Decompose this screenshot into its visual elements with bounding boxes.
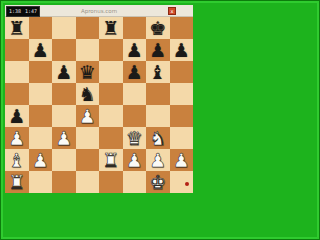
black-pawn: ♟ bbox=[126, 39, 143, 61]
white-pawn: ♟ bbox=[126, 149, 143, 171]
black-pawn: ♟ bbox=[32, 39, 49, 61]
square-b4[interactable] bbox=[29, 105, 53, 127]
green-frame: 1:38 1:47 Apronus.com x ♜♜♚♟♟♟♟♟♛♟♝♞♟♟♟♟… bbox=[0, 0, 200, 200]
white-bishop: ♝ bbox=[8, 149, 25, 171]
square-f3[interactable]: ♛ bbox=[123, 127, 147, 149]
white-king: ♚ bbox=[149, 171, 166, 193]
square-g4[interactable] bbox=[146, 105, 170, 127]
square-e6[interactable] bbox=[99, 61, 123, 83]
square-b6[interactable] bbox=[29, 61, 53, 83]
square-d6[interactable]: ♛ bbox=[76, 61, 100, 83]
black-pawn: ♟ bbox=[8, 105, 25, 127]
square-g2[interactable]: ♟ bbox=[146, 149, 170, 171]
square-f6[interactable]: ♟ bbox=[123, 61, 147, 83]
square-a8[interactable]: ♜ bbox=[5, 17, 29, 39]
square-b8[interactable] bbox=[29, 17, 53, 39]
square-a3[interactable]: ♟ bbox=[5, 127, 29, 149]
square-f7[interactable]: ♟ bbox=[123, 39, 147, 61]
square-f4[interactable] bbox=[123, 105, 147, 127]
black-pawn: ♟ bbox=[149, 39, 166, 61]
square-b5[interactable] bbox=[29, 83, 53, 105]
square-f5[interactable] bbox=[123, 83, 147, 105]
square-g6[interactable]: ♝ bbox=[146, 61, 170, 83]
square-d3[interactable] bbox=[76, 127, 100, 149]
white-rook: ♜ bbox=[8, 171, 25, 193]
square-g1[interactable]: ♚ bbox=[146, 171, 170, 193]
square-a7[interactable] bbox=[5, 39, 29, 61]
white-pawn: ♟ bbox=[173, 149, 190, 171]
square-c1[interactable] bbox=[52, 171, 76, 193]
square-g8[interactable]: ♚ bbox=[146, 17, 170, 39]
black-rook: ♜ bbox=[8, 17, 25, 39]
chess-window: 1:38 1:47 Apronus.com x ♜♜♚♟♟♟♟♟♛♟♝♞♟♟♟♟… bbox=[5, 5, 193, 193]
square-f2[interactable]: ♟ bbox=[123, 149, 147, 171]
close-button[interactable]: x bbox=[168, 7, 176, 15]
white-pawn: ♟ bbox=[8, 127, 25, 149]
square-a5[interactable] bbox=[5, 83, 29, 105]
square-c2[interactable] bbox=[52, 149, 76, 171]
square-h8[interactable] bbox=[170, 17, 194, 39]
square-d5[interactable]: ♞ bbox=[76, 83, 100, 105]
square-e5[interactable] bbox=[99, 83, 123, 105]
square-b2[interactable]: ♟ bbox=[29, 149, 53, 171]
black-pawn: ♟ bbox=[126, 61, 143, 83]
square-c3[interactable]: ♟ bbox=[52, 127, 76, 149]
square-a6[interactable] bbox=[5, 61, 29, 83]
black-pawn: ♟ bbox=[173, 39, 190, 61]
white-pawn: ♟ bbox=[55, 127, 72, 149]
square-h3[interactable] bbox=[170, 127, 194, 149]
white-pawn: ♟ bbox=[32, 149, 49, 171]
square-e3[interactable] bbox=[99, 127, 123, 149]
square-c6[interactable]: ♟ bbox=[52, 61, 76, 83]
square-f8[interactable] bbox=[123, 17, 147, 39]
square-a4[interactable]: ♟ bbox=[5, 105, 29, 127]
square-h4[interactable] bbox=[170, 105, 194, 127]
square-e2[interactable]: ♜ bbox=[99, 149, 123, 171]
square-a1[interactable]: ♜ bbox=[5, 171, 29, 193]
square-g3[interactable]: ♞ bbox=[146, 127, 170, 149]
square-c5[interactable] bbox=[52, 83, 76, 105]
black-bishop: ♝ bbox=[149, 61, 166, 83]
square-g7[interactable]: ♟ bbox=[146, 39, 170, 61]
square-g5[interactable] bbox=[146, 83, 170, 105]
square-c8[interactable] bbox=[52, 17, 76, 39]
square-c7[interactable] bbox=[52, 39, 76, 61]
white-rook: ♜ bbox=[102, 149, 119, 171]
square-h6[interactable] bbox=[170, 61, 194, 83]
square-e8[interactable]: ♜ bbox=[99, 17, 123, 39]
square-b3[interactable] bbox=[29, 127, 53, 149]
square-e1[interactable] bbox=[99, 171, 123, 193]
square-c4[interactable] bbox=[52, 105, 76, 127]
red-dot bbox=[185, 182, 189, 186]
square-e4[interactable] bbox=[99, 105, 123, 127]
square-b1[interactable] bbox=[29, 171, 53, 193]
black-pawn: ♟ bbox=[55, 61, 72, 83]
white-pawn: ♟ bbox=[149, 149, 166, 171]
square-f1[interactable] bbox=[123, 171, 147, 193]
square-h7[interactable]: ♟ bbox=[170, 39, 194, 61]
square-a2[interactable]: ♝ bbox=[5, 149, 29, 171]
title-bar: 1:38 1:47 Apronus.com x bbox=[5, 5, 193, 17]
square-d8[interactable] bbox=[76, 17, 100, 39]
white-pawn: ♟ bbox=[79, 105, 96, 127]
square-e7[interactable] bbox=[99, 39, 123, 61]
square-b7[interactable]: ♟ bbox=[29, 39, 53, 61]
square-d7[interactable] bbox=[76, 39, 100, 61]
white-knight: ♞ bbox=[149, 127, 166, 149]
black-knight: ♞ bbox=[79, 83, 96, 105]
black-queen: ♛ bbox=[79, 61, 96, 83]
square-h1[interactable] bbox=[170, 171, 194, 193]
white-queen: ♛ bbox=[126, 127, 143, 149]
square-d4[interactable]: ♟ bbox=[76, 105, 100, 127]
window-title: Apronus.com bbox=[5, 5, 193, 17]
square-h5[interactable] bbox=[170, 83, 194, 105]
black-rook: ♜ bbox=[102, 17, 119, 39]
board: ♜♜♚♟♟♟♟♟♛♟♝♞♟♟♟♟♛♞♝♟♜♟♟♟♜♚ bbox=[5, 17, 193, 193]
square-h2[interactable]: ♟ bbox=[170, 149, 194, 171]
square-d1[interactable] bbox=[76, 171, 100, 193]
square-d2[interactable] bbox=[76, 149, 100, 171]
black-king: ♚ bbox=[149, 17, 166, 39]
